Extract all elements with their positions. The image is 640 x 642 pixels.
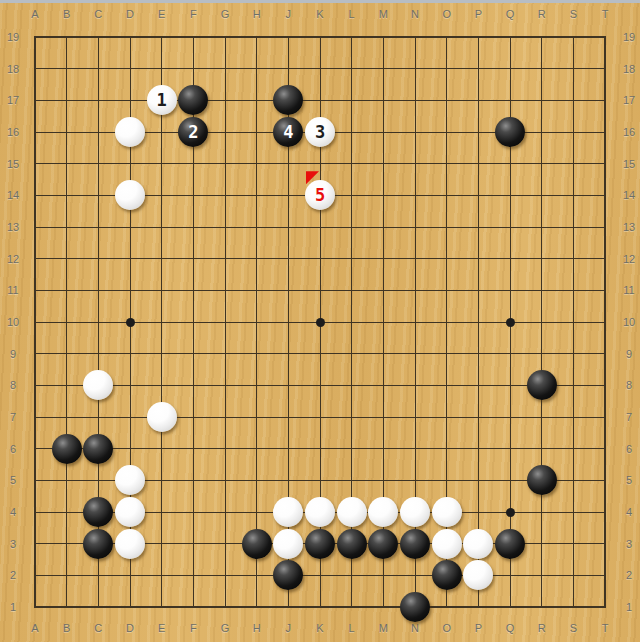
move-number: 3	[305, 117, 335, 147]
row-label-left: 6	[10, 443, 16, 455]
stone-black-N3	[400, 529, 430, 559]
column-label-top: G	[221, 8, 230, 20]
row-label-right: 19	[623, 31, 635, 43]
column-label-top: D	[126, 8, 134, 20]
stone-black-N1	[400, 592, 430, 622]
row-label-right: 12	[623, 253, 635, 265]
column-label-bottom: J	[286, 622, 292, 634]
stone-white-J3	[273, 529, 303, 559]
stone-white-O3	[432, 529, 462, 559]
row-label-right: 8	[626, 379, 632, 391]
column-label-bottom: Q	[506, 622, 515, 634]
row-label-right: 11	[623, 284, 634, 296]
column-label-bottom: H	[253, 622, 261, 634]
stone-white-D3	[115, 529, 145, 559]
column-label-top: T	[602, 8, 609, 20]
row-label-left: 5	[10, 474, 16, 486]
row-label-left: 13	[7, 221, 19, 233]
row-label-left: 12	[7, 253, 19, 265]
row-label-right: 15	[623, 158, 635, 170]
stone-black-L3	[337, 529, 367, 559]
column-label-bottom: M	[379, 622, 388, 634]
stone-white-O4	[432, 497, 462, 527]
row-label-right: 17	[623, 94, 635, 106]
row-label-right: 5	[626, 474, 632, 486]
stone-white-K4	[305, 497, 335, 527]
stone-black-O2	[432, 560, 462, 590]
stone-white-K14: 5	[305, 180, 335, 210]
stone-black-C6	[83, 434, 113, 464]
row-label-left: 10	[7, 316, 19, 328]
column-label-bottom: R	[538, 622, 546, 634]
column-label-bottom: E	[158, 622, 165, 634]
stone-black-J16: 4	[273, 117, 303, 147]
column-label-top: P	[475, 8, 482, 20]
row-label-right: 10	[623, 316, 635, 328]
column-label-bottom: P	[475, 622, 482, 634]
stone-black-Q3	[495, 529, 525, 559]
stone-white-P3	[463, 529, 493, 559]
column-label-top: F	[190, 8, 197, 20]
column-label-top: K	[316, 8, 323, 20]
row-label-left: 17	[7, 94, 19, 106]
column-label-top: C	[94, 8, 102, 20]
stone-white-D4	[115, 497, 145, 527]
row-label-left: 4	[10, 506, 16, 518]
column-label-top: M	[379, 8, 388, 20]
row-label-right: 18	[623, 63, 635, 75]
row-label-left: 15	[7, 158, 19, 170]
stone-black-R5	[527, 465, 557, 495]
row-label-right: 6	[626, 443, 632, 455]
stone-black-K3	[305, 529, 335, 559]
column-label-bottom: N	[411, 622, 419, 634]
row-label-right: 13	[623, 221, 635, 233]
stone-white-N4	[400, 497, 430, 527]
star-point	[316, 318, 325, 327]
column-label-bottom: C	[94, 622, 102, 634]
stone-white-K16: 3	[305, 117, 335, 147]
row-label-left: 3	[10, 538, 16, 550]
column-label-top: L	[349, 8, 355, 20]
row-label-left: 16	[7, 126, 19, 138]
row-label-right: 7	[626, 411, 632, 423]
stone-black-R8	[527, 370, 557, 400]
column-label-bottom: T	[602, 622, 609, 634]
row-label-left: 7	[10, 411, 16, 423]
column-label-bottom: B	[63, 622, 70, 634]
column-label-bottom: G	[221, 622, 230, 634]
column-label-bottom: A	[31, 622, 38, 634]
column-label-top: E	[158, 8, 165, 20]
row-label-right: 16	[623, 126, 635, 138]
star-point	[506, 508, 515, 517]
row-label-right: 4	[626, 506, 632, 518]
column-label-top: B	[63, 8, 70, 20]
column-label-top: O	[442, 8, 451, 20]
row-label-right: 9	[626, 348, 632, 360]
row-label-left: 11	[7, 284, 18, 296]
stone-white-D16	[115, 117, 145, 147]
row-label-right: 14	[623, 189, 635, 201]
column-label-bottom: L	[349, 622, 355, 634]
stone-white-L4	[337, 497, 367, 527]
column-label-top: R	[538, 8, 546, 20]
row-label-left: 1	[10, 601, 16, 613]
column-label-top: N	[411, 8, 419, 20]
star-point	[506, 318, 515, 327]
stone-black-F16: 2	[178, 117, 208, 147]
row-label-right: 2	[626, 569, 632, 581]
stone-black-H3	[242, 529, 272, 559]
column-label-bottom: O	[442, 622, 451, 634]
stone-white-E7	[147, 402, 177, 432]
stone-black-M3	[368, 529, 398, 559]
row-label-left: 14	[7, 189, 19, 201]
column-label-top: J	[286, 8, 292, 20]
move-number: 2	[178, 117, 208, 147]
row-label-right: 3	[626, 538, 632, 550]
column-label-bottom: S	[570, 622, 577, 634]
column-label-bottom: F	[190, 622, 197, 634]
row-label-left: 2	[10, 569, 16, 581]
row-label-left: 9	[10, 348, 16, 360]
move-number: 1	[147, 85, 177, 115]
window-top-strip	[0, 0, 640, 3]
row-label-right: 1	[626, 601, 632, 613]
stone-white-E17: 1	[147, 85, 177, 115]
column-label-top: A	[31, 8, 38, 20]
stone-black-B6	[52, 434, 82, 464]
column-label-bottom: D	[126, 622, 134, 634]
stone-black-Q16	[495, 117, 525, 147]
row-label-left: 8	[10, 379, 16, 391]
column-label-top: H	[253, 8, 261, 20]
column-label-bottom: K	[316, 622, 323, 634]
column-label-top: S	[570, 8, 577, 20]
star-point	[126, 318, 135, 327]
go-board[interactable]: AABBCCDDEEFFGGHHJJKKLLMMNNOOPPQQRRSSTT19…	[0, 0, 640, 642]
row-label-left: 19	[7, 31, 19, 43]
row-label-left: 18	[7, 63, 19, 75]
move-number: 5	[305, 180, 335, 210]
column-label-top: Q	[506, 8, 515, 20]
stone-black-C3	[83, 529, 113, 559]
move-number: 4	[273, 117, 303, 147]
